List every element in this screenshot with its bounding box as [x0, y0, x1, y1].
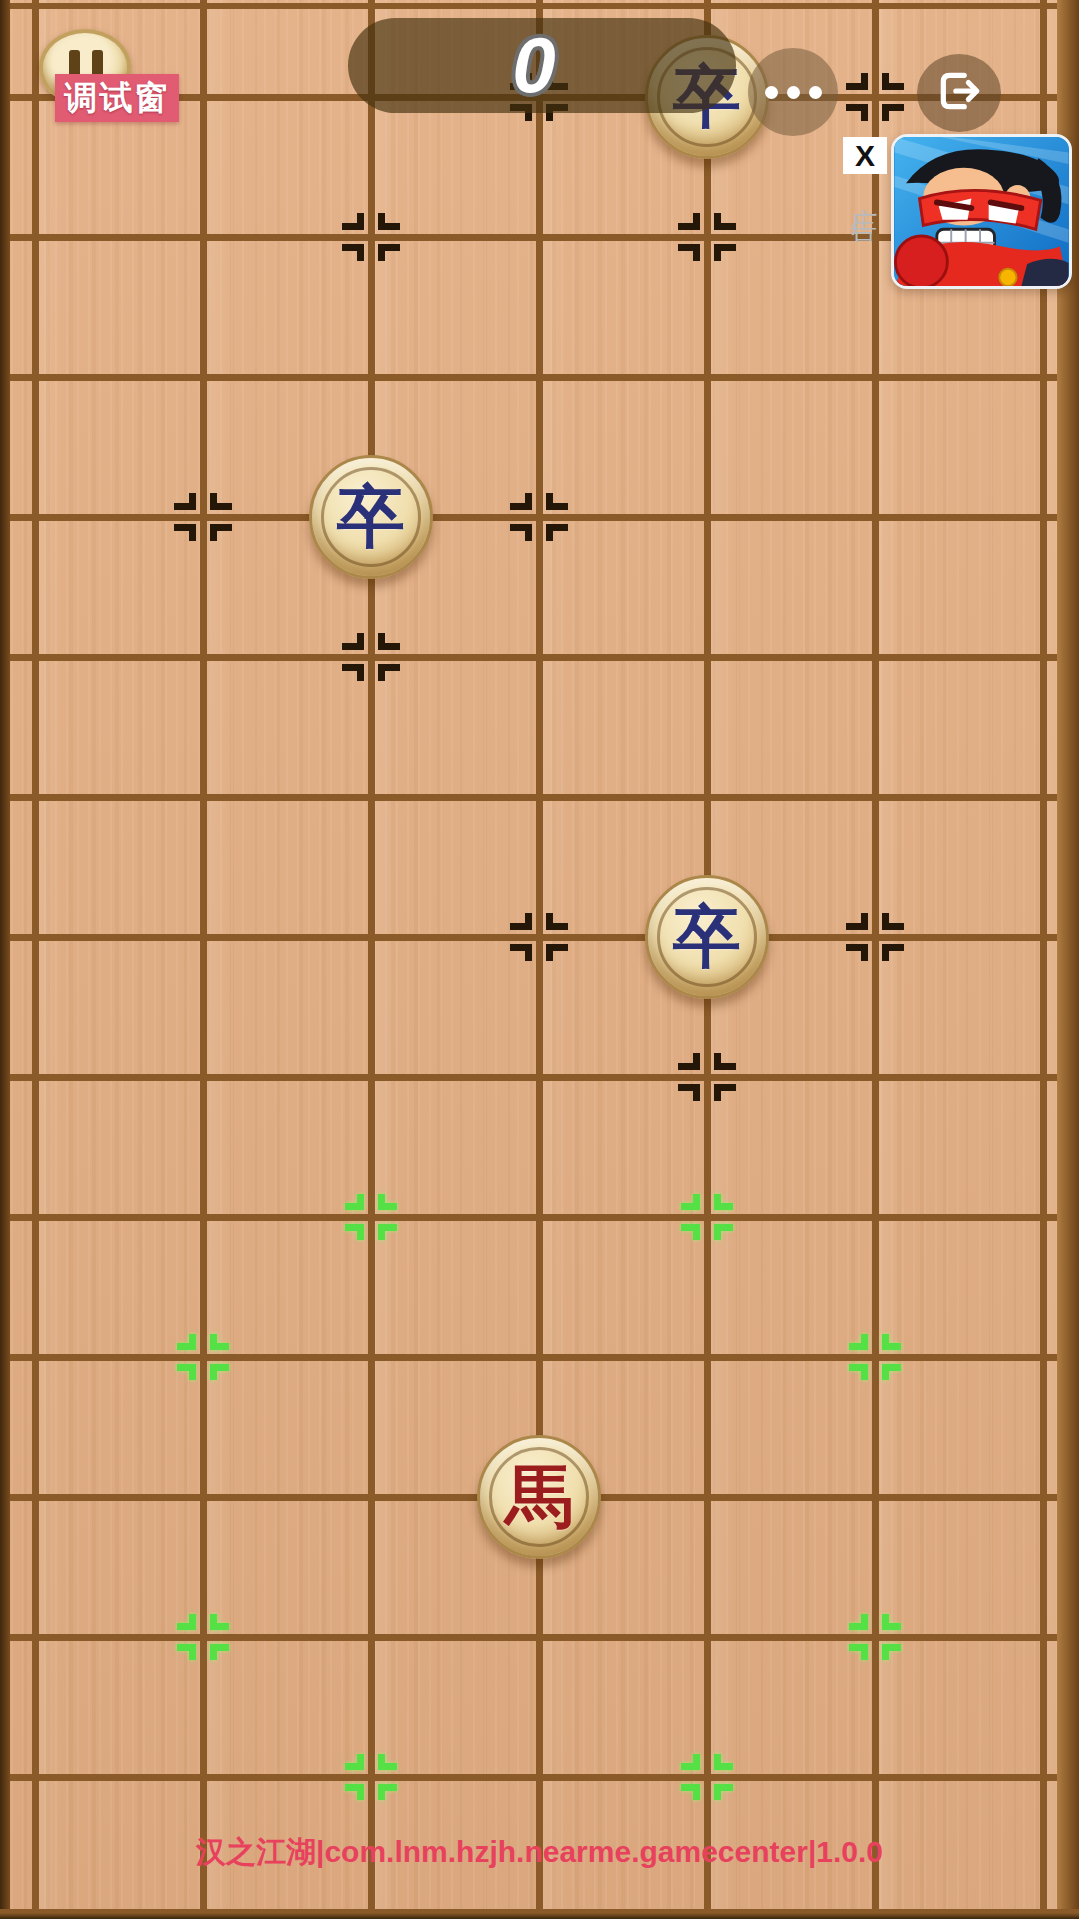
- move-marker-green[interactable]: [177, 1334, 229, 1380]
- move-marker-green[interactable]: [681, 1754, 733, 1800]
- score-value: 0: [512, 20, 555, 111]
- grid-line-horizontal: [0, 374, 1079, 381]
- move-marker-green[interactable]: [345, 1194, 397, 1240]
- grid-line-horizontal: [0, 1774, 1079, 1781]
- piece-black-soldier-2[interactable]: 卒: [309, 455, 433, 579]
- grid-line-horizontal: [0, 794, 1079, 801]
- move-marker-dark[interactable]: [678, 1053, 736, 1101]
- move-marker-dark[interactable]: [342, 213, 400, 261]
- grid-line-horizontal: [0, 1634, 1079, 1641]
- ad-banner[interactable]: [891, 134, 1072, 289]
- board-frame-left: [0, 0, 10, 1919]
- move-marker-dark[interactable]: [510, 913, 568, 961]
- move-marker-dark[interactable]: [342, 633, 400, 681]
- grid-line-vertical: [368, 0, 375, 1919]
- piece-black-soldier-3[interactable]: 卒: [645, 875, 769, 999]
- move-marker-green[interactable]: [849, 1614, 901, 1660]
- more-options-button[interactable]: [748, 48, 838, 136]
- ad-hero-image: [894, 137, 1069, 286]
- package-info-text: 汉之江湖|com.lnm.hzjh.nearme.gamecenter|1.0.…: [0, 1832, 1079, 1873]
- debug-window-badge[interactable]: 调试窗: [55, 74, 179, 122]
- score-pill: 0: [348, 18, 736, 113]
- move-marker-green[interactable]: [177, 1614, 229, 1660]
- grid-line-horizontal: [0, 1354, 1079, 1361]
- move-marker-dark[interactable]: [846, 73, 904, 121]
- grid-line-vertical: [32, 0, 39, 1919]
- grid-line-horizontal: [0, 3, 1079, 9]
- ad-close-button[interactable]: X: [843, 137, 887, 174]
- move-marker-dark[interactable]: [510, 493, 568, 541]
- dot-icon: [765, 86, 778, 99]
- move-marker-green[interactable]: [849, 1334, 901, 1380]
- grid-line-horizontal: [0, 654, 1079, 661]
- grid-line-horizontal: [0, 1214, 1079, 1221]
- move-marker-dark[interactable]: [174, 493, 232, 541]
- dot-icon: [809, 86, 822, 99]
- logout-icon: [936, 68, 982, 118]
- dot-icon: [787, 86, 800, 99]
- game-screen: 卒卒卒馬 0 调试窗 X: [0, 0, 1079, 1919]
- move-marker-green[interactable]: [681, 1194, 733, 1240]
- exit-button[interactable]: [917, 54, 1001, 132]
- piece-red-horse[interactable]: 馬: [477, 1435, 601, 1559]
- move-marker-dark[interactable]: [678, 213, 736, 261]
- move-marker-green[interactable]: [345, 1754, 397, 1800]
- grid-line-horizontal: [0, 1074, 1079, 1081]
- board-frame-bottom: [0, 1909, 1079, 1919]
- move-marker-dark[interactable]: [846, 913, 904, 961]
- ad-label: 广告: [846, 186, 882, 202]
